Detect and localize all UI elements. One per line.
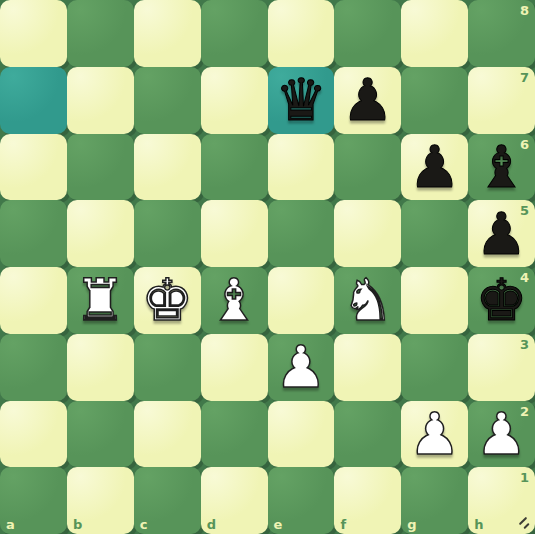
square-tile (0, 67, 67, 134)
square-tile (268, 200, 335, 267)
square-tile (134, 134, 201, 201)
piece-black-pawn[interactable]: ♟ (334, 67, 401, 134)
square-e1[interactable]: e (268, 467, 335, 534)
square-f4[interactable]: ♞ (334, 267, 401, 334)
square-g6[interactable]: ♟ (401, 134, 468, 201)
square-tile (134, 0, 201, 67)
square-tile (401, 200, 468, 267)
square-tile (134, 67, 201, 134)
square-h5[interactable]: 5♟ (468, 200, 535, 267)
square-e7[interactable]: ♛ (268, 67, 335, 134)
square-tile (468, 67, 535, 134)
square-tile (468, 334, 535, 401)
square-f5[interactable] (334, 200, 401, 267)
square-tile (67, 334, 134, 401)
square-a4[interactable] (0, 267, 67, 334)
square-f6[interactable] (334, 134, 401, 201)
square-tile (268, 467, 335, 534)
square-tile (334, 467, 401, 534)
square-g2[interactable]: ♟ (401, 401, 468, 468)
square-tile (334, 401, 401, 468)
square-h8[interactable]: 8 (468, 0, 535, 67)
piece-white-king[interactable]: ♚ (134, 267, 201, 334)
piece-white-bishop[interactable]: ♝ (201, 267, 268, 334)
square-g7[interactable] (401, 67, 468, 134)
square-e8[interactable] (268, 0, 335, 67)
square-h7[interactable]: 7 (468, 67, 535, 134)
square-tile (67, 134, 134, 201)
square-g5[interactable] (401, 200, 468, 267)
square-tile (67, 467, 134, 534)
square-tile (0, 467, 67, 534)
square-f3[interactable] (334, 334, 401, 401)
square-e4[interactable] (268, 267, 335, 334)
square-d4[interactable]: ♝ (201, 267, 268, 334)
square-c6[interactable] (134, 134, 201, 201)
square-tile (401, 334, 468, 401)
square-c4[interactable]: ♚ (134, 267, 201, 334)
square-a6[interactable] (0, 134, 67, 201)
square-tile (201, 134, 268, 201)
square-tile (134, 401, 201, 468)
piece-black-queen[interactable]: ♛ (268, 67, 335, 134)
square-tile (268, 401, 335, 468)
square-tile (0, 0, 67, 67)
square-tile (0, 334, 67, 401)
square-tile (401, 467, 468, 534)
square-c2[interactable] (134, 401, 201, 468)
square-tile (67, 67, 134, 134)
square-c3[interactable] (134, 334, 201, 401)
square-g3[interactable] (401, 334, 468, 401)
square-tile (268, 134, 335, 201)
square-tile (201, 67, 268, 134)
square-d6[interactable] (201, 134, 268, 201)
piece-black-king[interactable]: ♚ (468, 267, 535, 334)
board-resize-handle[interactable] (514, 513, 532, 531)
square-e6[interactable] (268, 134, 335, 201)
square-tile (334, 334, 401, 401)
square-b7[interactable] (67, 67, 134, 134)
square-g8[interactable] (401, 0, 468, 67)
piece-black-bishop[interactable]: ♝ (468, 134, 535, 201)
square-b2[interactable] (67, 401, 134, 468)
piece-white-pawn[interactable]: ♟ (468, 401, 535, 468)
square-tile (134, 200, 201, 267)
square-d5[interactable] (201, 200, 268, 267)
square-f2[interactable] (334, 401, 401, 468)
square-a3[interactable] (0, 334, 67, 401)
square-f1[interactable]: f (334, 467, 401, 534)
square-tile (401, 267, 468, 334)
square-a1[interactable]: a (0, 467, 67, 534)
square-tile (0, 267, 67, 334)
square-tile (0, 401, 67, 468)
square-tile (401, 0, 468, 67)
square-f8[interactable] (334, 0, 401, 67)
square-h3[interactable]: 3 (468, 334, 535, 401)
square-tile (201, 0, 268, 67)
square-d1[interactable]: d (201, 467, 268, 534)
square-g1[interactable]: g (401, 467, 468, 534)
square-tile (201, 334, 268, 401)
square-tile (268, 0, 335, 67)
square-tile (0, 200, 67, 267)
square-e2[interactable] (268, 401, 335, 468)
square-h2[interactable]: 2♟ (468, 401, 535, 468)
square-d2[interactable] (201, 401, 268, 468)
square-b5[interactable] (67, 200, 134, 267)
square-tile (468, 0, 535, 67)
square-b3[interactable] (67, 334, 134, 401)
square-d7[interactable] (201, 67, 268, 134)
square-tile (201, 200, 268, 267)
square-c8[interactable] (134, 0, 201, 67)
piece-black-pawn[interactable]: ♟ (468, 200, 535, 267)
square-d8[interactable] (201, 0, 268, 67)
square-tile (201, 401, 268, 468)
piece-white-rook[interactable]: ♜ (67, 267, 134, 334)
square-g4[interactable] (401, 267, 468, 334)
square-a7[interactable] (0, 67, 67, 134)
square-b4[interactable]: ♜ (67, 267, 134, 334)
piece-white-pawn[interactable]: ♟ (401, 401, 468, 468)
square-tile (334, 200, 401, 267)
square-tile (0, 134, 67, 201)
square-b8[interactable] (67, 0, 134, 67)
square-a5[interactable] (0, 200, 67, 267)
square-e5[interactable] (268, 200, 335, 267)
square-tile (401, 67, 468, 134)
square-tile (67, 200, 134, 267)
square-c5[interactable] (134, 200, 201, 267)
square-c1[interactable]: c (134, 467, 201, 534)
square-h6[interactable]: 6♝ (468, 134, 535, 201)
square-b1[interactable]: b (67, 467, 134, 534)
square-f7[interactable]: ♟ (334, 67, 401, 134)
square-tile (67, 401, 134, 468)
square-b6[interactable] (67, 134, 134, 201)
piece-white-knight[interactable]: ♞ (334, 267, 401, 334)
square-tile (67, 0, 134, 67)
chess-board: 8♛♟7♟6♝5♟♜♚♝♞4♚♟3♟2♟abcdefg1h (0, 0, 535, 534)
square-tile (268, 267, 335, 334)
square-d3[interactable] (201, 334, 268, 401)
piece-white-pawn[interactable]: ♟ (268, 334, 335, 401)
square-h4[interactable]: 4♚ (468, 267, 535, 334)
square-tile (134, 467, 201, 534)
square-tile (134, 334, 201, 401)
resize-handle-line (523, 523, 529, 529)
piece-black-pawn[interactable]: ♟ (401, 134, 468, 201)
square-a8[interactable] (0, 0, 67, 67)
square-tile (334, 0, 401, 67)
square-tile (334, 134, 401, 201)
square-c7[interactable] (134, 67, 201, 134)
square-e3[interactable]: ♟ (268, 334, 335, 401)
square-tile (201, 467, 268, 534)
square-a2[interactable] (0, 401, 67, 468)
